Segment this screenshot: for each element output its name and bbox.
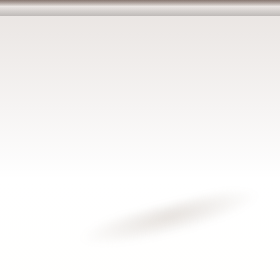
chessboard-photo bbox=[0, 0, 280, 280]
board-top-face bbox=[0, 0, 280, 280]
